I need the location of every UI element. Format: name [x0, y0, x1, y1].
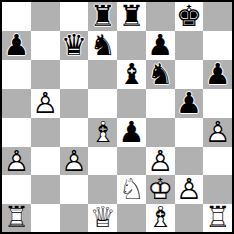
white-rook-icon: ♖: [203, 204, 232, 232]
piece-black-rook[interactable]: ♜: [117, 2, 146, 31]
square-d5[interactable]: [88, 89, 117, 118]
square-d6[interactable]: [88, 60, 117, 89]
square-h3[interactable]: [203, 147, 232, 175]
square-a5[interactable]: [2, 89, 31, 118]
piece-white-pawn[interactable]: ♟♙: [2, 147, 31, 175]
square-h6[interactable]: ♟: [203, 60, 232, 89]
piece-black-pawn[interactable]: ♟: [117, 118, 146, 147]
piece-black-queen[interactable]: ♛: [60, 31, 89, 60]
square-g2[interactable]: ♟♙: [175, 175, 204, 203]
white-bishop-icon: ♗: [88, 118, 117, 147]
square-e5[interactable]: [117, 89, 146, 118]
square-c7[interactable]: ♛: [60, 31, 89, 60]
square-d7[interactable]: ♞: [88, 31, 117, 60]
square-e4[interactable]: ♟: [117, 118, 146, 147]
white-queen-icon: ♕: [88, 204, 117, 232]
piece-black-pawn[interactable]: ♟: [203, 60, 232, 89]
square-f1[interactable]: ♝♗: [146, 204, 175, 232]
white-pawn-icon: ♙: [203, 118, 232, 147]
piece-black-pawn[interactable]: ♟: [2, 31, 31, 60]
white-pawn-icon: ♙: [31, 89, 60, 118]
square-c2[interactable]: [60, 175, 89, 203]
piece-white-pawn[interactable]: ♟♙: [60, 147, 89, 175]
square-f4[interactable]: [146, 118, 175, 147]
square-a3[interactable]: ♟♙: [2, 147, 31, 175]
white-pawn-icon: ♙: [175, 175, 204, 203]
square-e6[interactable]: ♝: [117, 60, 146, 89]
square-c6[interactable]: [60, 60, 89, 89]
square-f5[interactable]: [146, 89, 175, 118]
white-pawn-icon: ♙: [60, 147, 89, 175]
square-b2[interactable]: [31, 175, 60, 203]
square-e7[interactable]: [117, 31, 146, 60]
square-d4[interactable]: ♝♗: [88, 118, 117, 147]
square-e8[interactable]: ♜: [117, 2, 146, 31]
square-e1[interactable]: [117, 204, 146, 232]
square-h7[interactable]: [203, 31, 232, 60]
square-g5[interactable]: ♟: [175, 89, 204, 118]
square-a8[interactable]: [2, 2, 31, 31]
square-g8[interactable]: ♚: [175, 2, 204, 31]
piece-black-king[interactable]: ♚: [175, 2, 204, 31]
square-f6[interactable]: ♞: [146, 60, 175, 89]
square-h1[interactable]: ♜♖: [203, 204, 232, 232]
piece-white-bishop[interactable]: ♝♗: [146, 204, 175, 232]
square-c3[interactable]: ♟♙: [60, 147, 89, 175]
square-c1[interactable]: [60, 204, 89, 232]
square-a4[interactable]: [2, 118, 31, 147]
white-bishop-icon: ♗: [146, 204, 175, 232]
square-a6[interactable]: [2, 60, 31, 89]
square-f7[interactable]: ♟: [146, 31, 175, 60]
square-g1[interactable]: [175, 204, 204, 232]
piece-black-bishop[interactable]: ♝: [117, 60, 146, 89]
chess-board: ♜♜♚♟♛♞♟♝♞♟♟♙♟♝♗♟♟♙♟♙♟♙♟♙♞♘♚♔♟♙♜♖♛♕♝♗♜♖: [0, 0, 234, 234]
square-b1[interactable]: [31, 204, 60, 232]
square-b5[interactable]: ♟♙: [31, 89, 60, 118]
square-g6[interactable]: [175, 60, 204, 89]
piece-white-bishop[interactable]: ♝♗: [88, 118, 117, 147]
square-c4[interactable]: [60, 118, 89, 147]
piece-white-rook[interactable]: ♜♖: [203, 204, 232, 232]
square-d3[interactable]: [88, 147, 117, 175]
piece-white-knight[interactable]: ♞♘: [117, 175, 146, 203]
square-d1[interactable]: ♛♕: [88, 204, 117, 232]
piece-white-pawn[interactable]: ♟♙: [175, 175, 204, 203]
square-b7[interactable]: [31, 31, 60, 60]
square-d8[interactable]: ♜: [88, 2, 117, 31]
piece-black-knight[interactable]: ♞: [88, 31, 117, 60]
square-c5[interactable]: [60, 89, 89, 118]
piece-white-pawn[interactable]: ♟♙: [203, 118, 232, 147]
piece-black-pawn[interactable]: ♟: [146, 31, 175, 60]
white-pawn-icon: ♙: [2, 147, 31, 175]
piece-white-rook[interactable]: ♜♖: [2, 204, 31, 232]
square-h4[interactable]: ♟♙: [203, 118, 232, 147]
white-rook-icon: ♖: [2, 204, 31, 232]
square-a7[interactable]: ♟: [2, 31, 31, 60]
square-b6[interactable]: [31, 60, 60, 89]
square-c8[interactable]: [60, 2, 89, 31]
piece-white-pawn[interactable]: ♟♙: [31, 89, 60, 118]
square-b8[interactable]: [31, 2, 60, 31]
piece-black-pawn[interactable]: ♟: [175, 89, 204, 118]
square-a1[interactable]: ♜♖: [2, 204, 31, 232]
square-h5[interactable]: [203, 89, 232, 118]
square-h8[interactable]: [203, 2, 232, 31]
square-g7[interactable]: [175, 31, 204, 60]
piece-black-rook[interactable]: ♜: [88, 2, 117, 31]
square-g4[interactable]: [175, 118, 204, 147]
piece-white-queen[interactable]: ♛♕: [88, 204, 117, 232]
square-b3[interactable]: [31, 147, 60, 175]
square-b4[interactable]: [31, 118, 60, 147]
white-knight-icon: ♘: [117, 175, 146, 203]
square-e2[interactable]: ♞♘: [117, 175, 146, 203]
square-f8[interactable]: [146, 2, 175, 31]
piece-black-knight[interactable]: ♞: [146, 60, 175, 89]
